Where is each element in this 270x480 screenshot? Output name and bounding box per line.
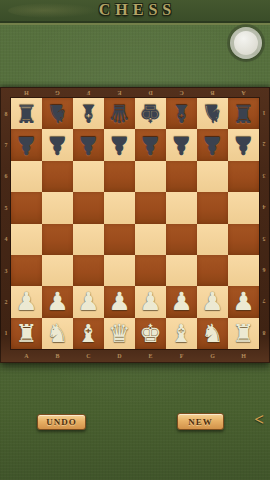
- square-a7[interactable]: ♟: [11, 129, 42, 160]
- piece-black-pawn[interactable]: ♟: [139, 133, 161, 158]
- app-title: CHESS: [0, 1, 270, 19]
- piece-black-pawn[interactable]: ♟: [232, 133, 254, 158]
- square-h7[interactable]: ♟: [228, 129, 259, 160]
- square-a8[interactable]: ♜: [11, 98, 42, 129]
- square-h3[interactable]: [228, 255, 259, 286]
- square-c6[interactable]: [73, 161, 104, 192]
- coord-rank-8: 8: [2, 98, 10, 129]
- piece-black-rook[interactable]: ♜: [232, 101, 254, 126]
- piece-white-pawn[interactable]: ♟: [46, 289, 68, 314]
- square-b5[interactable]: [42, 192, 73, 223]
- square-f6[interactable]: [166, 161, 197, 192]
- square-f7[interactable]: ♟: [166, 129, 197, 160]
- square-e5[interactable]: [135, 192, 166, 223]
- coord-rank-3: 3: [260, 161, 268, 192]
- coord-rank-8: 8: [260, 318, 268, 349]
- coord-file-a: A: [11, 352, 42, 360]
- square-g5[interactable]: [197, 192, 228, 223]
- piece-white-king[interactable]: ♚: [139, 321, 161, 346]
- piece-black-pawn[interactable]: ♟: [170, 133, 192, 158]
- piece-white-pawn[interactable]: ♟: [201, 289, 223, 314]
- square-h4[interactable]: [228, 224, 259, 255]
- piece-white-knight[interactable]: ♞: [201, 321, 223, 346]
- square-h5[interactable]: [228, 192, 259, 223]
- piece-white-pawn[interactable]: ♟: [108, 289, 130, 314]
- square-a2[interactable]: ♟: [11, 286, 42, 317]
- square-d3[interactable]: [104, 255, 135, 286]
- undo-button[interactable]: UNDO: [37, 414, 86, 430]
- square-f8[interactable]: ♝: [166, 98, 197, 129]
- coord-file-e: E: [135, 352, 166, 360]
- piece-black-bishop[interactable]: ♝: [170, 101, 192, 126]
- app-screen: CHESS HGFEDCBA ABCDEFGH 87654321 1234567…: [0, 0, 270, 480]
- square-g3[interactable]: [197, 255, 228, 286]
- coord-rank-1: 1: [2, 318, 10, 349]
- square-d4[interactable]: [104, 224, 135, 255]
- square-d6[interactable]: [104, 161, 135, 192]
- square-b6[interactable]: [42, 161, 73, 192]
- coord-rank-3: 3: [2, 255, 10, 286]
- piece-white-rook[interactable]: ♜: [232, 321, 254, 346]
- coord-rank-5: 5: [260, 224, 268, 255]
- file-labels-bottom: ABCDEFGH: [11, 352, 259, 360]
- square-a1[interactable]: ♜: [11, 318, 42, 349]
- square-d2[interactable]: ♟: [104, 286, 135, 317]
- square-e3[interactable]: [135, 255, 166, 286]
- coord-file-e: E: [104, 89, 135, 97]
- square-e2[interactable]: ♟: [135, 286, 166, 317]
- square-c1[interactable]: ♝: [73, 318, 104, 349]
- square-b3[interactable]: [42, 255, 73, 286]
- square-h1[interactable]: ♜: [228, 318, 259, 349]
- square-d8[interactable]: ♛: [104, 98, 135, 129]
- piece-black-knight[interactable]: ♞: [201, 101, 223, 126]
- rank-labels-left: 87654321: [2, 98, 10, 349]
- piece-white-rook[interactable]: ♜: [15, 321, 37, 346]
- square-d5[interactable]: [104, 192, 135, 223]
- square-d1[interactable]: ♛: [104, 318, 135, 349]
- piece-white-pawn[interactable]: ♟: [77, 289, 99, 314]
- piece-white-bishop[interactable]: ♝: [170, 321, 192, 346]
- square-g1[interactable]: ♞: [197, 318, 228, 349]
- square-c4[interactable]: [73, 224, 104, 255]
- coord-file-b: B: [42, 352, 73, 360]
- square-b1[interactable]: ♞: [42, 318, 73, 349]
- rank-labels-right: 12345678: [260, 98, 268, 349]
- square-g6[interactable]: [197, 161, 228, 192]
- piece-black-pawn[interactable]: ♟: [46, 133, 68, 158]
- coord-rank-1: 1: [260, 98, 268, 129]
- piece-white-pawn[interactable]: ♟: [170, 289, 192, 314]
- square-g2[interactable]: ♟: [197, 286, 228, 317]
- square-c3[interactable]: [73, 255, 104, 286]
- app-header: CHESS: [0, 0, 270, 23]
- square-g8[interactable]: ♞: [197, 98, 228, 129]
- back-chevron-icon[interactable]: <: [252, 411, 266, 429]
- square-c7[interactable]: ♟: [73, 129, 104, 160]
- chess-board: HGFEDCBA ABCDEFGH 87654321 12345678 ♜♞♝♛…: [0, 87, 270, 363]
- coord-rank-4: 4: [260, 192, 268, 223]
- square-g4[interactable]: [197, 224, 228, 255]
- piece-black-bishop[interactable]: ♝: [77, 101, 99, 126]
- square-e6[interactable]: [135, 161, 166, 192]
- coord-rank-6: 6: [260, 255, 268, 286]
- square-e1[interactable]: ♚: [135, 318, 166, 349]
- square-e8[interactable]: ♚: [135, 98, 166, 129]
- board-squares: ♜♞♝♛♚♝♞♜♟♟♟♟♟♟♟♟♟♟♟♟♟♟♟♟♜♞♝♛♚♝♞♜: [11, 98, 259, 349]
- coord-rank-2: 2: [2, 286, 10, 317]
- piece-black-pawn[interactable]: ♟: [108, 133, 130, 158]
- new-button[interactable]: NEW: [177, 413, 224, 430]
- square-e7[interactable]: ♟: [135, 129, 166, 160]
- coord-rank-5: 5: [2, 192, 10, 223]
- coord-rank-7: 7: [2, 129, 10, 160]
- coord-rank-6: 6: [2, 161, 10, 192]
- piece-black-pawn[interactable]: ♟: [15, 133, 37, 158]
- coord-file-f: F: [166, 352, 197, 360]
- coord-file-a: A: [228, 89, 259, 97]
- square-c5[interactable]: [73, 192, 104, 223]
- square-d7[interactable]: ♟: [104, 129, 135, 160]
- piece-black-queen[interactable]: ♛: [108, 101, 130, 126]
- coord-file-c: C: [73, 352, 104, 360]
- coord-file-g: G: [197, 352, 228, 360]
- square-h2[interactable]: ♟: [228, 286, 259, 317]
- piece-white-bishop[interactable]: ♝: [77, 321, 99, 346]
- file-labels-top: HGFEDCBA: [11, 89, 259, 97]
- square-a5[interactable]: [11, 192, 42, 223]
- piece-white-knight[interactable]: ♞: [46, 321, 68, 346]
- coord-file-d: D: [135, 89, 166, 97]
- square-f3[interactable]: [166, 255, 197, 286]
- square-g7[interactable]: ♟: [197, 129, 228, 160]
- square-a3[interactable]: [11, 255, 42, 286]
- piece-white-pawn[interactable]: ♟: [139, 289, 161, 314]
- square-b7[interactable]: ♟: [42, 129, 73, 160]
- piece-black-king[interactable]: ♚: [139, 101, 161, 126]
- sound-toggle-button[interactable]: [230, 27, 262, 59]
- square-f4[interactable]: [166, 224, 197, 255]
- square-h8[interactable]: ♜: [228, 98, 259, 129]
- square-f1[interactable]: ♝: [166, 318, 197, 349]
- coord-file-h: H: [11, 89, 42, 97]
- piece-white-pawn[interactable]: ♟: [232, 289, 254, 314]
- piece-white-queen[interactable]: ♛: [108, 321, 130, 346]
- coord-rank-2: 2: [260, 129, 268, 160]
- square-f2[interactable]: ♟: [166, 286, 197, 317]
- square-a6[interactable]: [11, 161, 42, 192]
- square-h6[interactable]: [228, 161, 259, 192]
- piece-black-knight[interactable]: ♞: [46, 101, 68, 126]
- piece-black-rook[interactable]: ♜: [15, 101, 37, 126]
- square-c8[interactable]: ♝: [73, 98, 104, 129]
- coord-rank-4: 4: [2, 224, 10, 255]
- coord-file-g: G: [42, 89, 73, 97]
- coord-file-d: D: [104, 352, 135, 360]
- coord-file-b: B: [197, 89, 228, 97]
- square-b4[interactable]: [42, 224, 73, 255]
- piece-white-pawn[interactable]: ♟: [15, 289, 37, 314]
- coord-file-h: H: [228, 352, 259, 360]
- square-b8[interactable]: ♞: [42, 98, 73, 129]
- coord-file-c: C: [166, 89, 197, 97]
- square-c2[interactable]: ♟: [73, 286, 104, 317]
- coord-file-f: F: [73, 89, 104, 97]
- square-f5[interactable]: [166, 192, 197, 223]
- piece-black-pawn[interactable]: ♟: [77, 133, 99, 158]
- square-a4[interactable]: [11, 224, 42, 255]
- coord-rank-7: 7: [260, 286, 268, 317]
- square-e4[interactable]: [135, 224, 166, 255]
- piece-black-pawn[interactable]: ♟: [201, 133, 223, 158]
- square-b2[interactable]: ♟: [42, 286, 73, 317]
